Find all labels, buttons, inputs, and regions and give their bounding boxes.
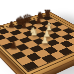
square-d6 xyxy=(22,31,35,37)
product-photo-scene: ♟♚♛♞♜♝♟♞♝♟♟♟ xyxy=(0,0,74,74)
board-frame: ♟♚♛♞♜♝♟♞♝♟♟♟ xyxy=(0,11,74,74)
hinge-icon xyxy=(24,18,30,20)
chess-board-3d: ♟♚♛♞♜♝♟♞♝♟♟♟ xyxy=(0,11,74,74)
piece-dark-rook-h8: ♜ xyxy=(43,9,51,18)
piece-dark-knight-g8: ♞ xyxy=(36,11,44,21)
square-a3 xyxy=(11,51,26,59)
